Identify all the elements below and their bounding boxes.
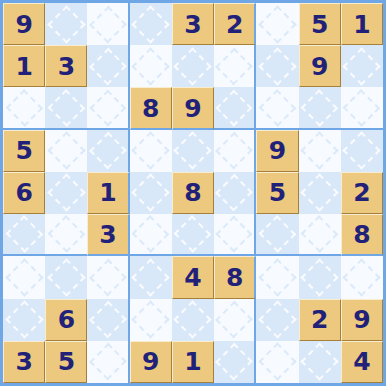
- diamond-icon: [343, 47, 381, 85]
- diamond-icon: [5, 258, 43, 296]
- diamond-icon: [89, 301, 126, 338]
- diamond-icon: [5, 216, 42, 253]
- cell-r8c8: 2: [299, 299, 341, 341]
- diamond-icon: [47, 174, 85, 212]
- cell-r7c8[interactable]: [299, 256, 341, 298]
- cell-r6c7[interactable]: [256, 214, 298, 256]
- cell-r9c8[interactable]: [299, 341, 341, 383]
- diamond-icon: [48, 216, 85, 253]
- cell-r7c6: 8: [214, 256, 256, 298]
- cell-r3c7[interactable]: [256, 87, 298, 129]
- cell-r8c4[interactable]: [130, 299, 172, 341]
- given-digit: 5: [311, 12, 328, 37]
- diamond-icon: [216, 343, 253, 380]
- diamond-icon: [343, 89, 380, 126]
- diamond-icon: [259, 216, 296, 253]
- diamond-icon: [132, 132, 170, 170]
- cell-r1c2[interactable]: [45, 3, 87, 45]
- cell-r1c4[interactable]: [130, 3, 172, 45]
- cell-r1c3[interactable]: [87, 3, 129, 45]
- diamond-icon: [216, 216, 252, 252]
- cell-r7c4[interactable]: [130, 256, 172, 298]
- diamond-icon: [5, 301, 43, 339]
- given-digit: 3: [99, 222, 116, 247]
- diamond-icon: [47, 132, 85, 170]
- given-digit: 9: [184, 96, 201, 121]
- cell-r3c1[interactable]: [3, 87, 45, 129]
- given-digit: 5: [58, 349, 75, 374]
- diamond-icon: [89, 259, 126, 296]
- diamond-icon: [89, 343, 126, 380]
- cell-r6c3: 3: [87, 214, 129, 256]
- given-digit: 8: [184, 180, 201, 205]
- cell-r3c3[interactable]: [87, 87, 129, 129]
- diamond-icon: [216, 301, 253, 338]
- cell-r5c7: 5: [256, 172, 298, 214]
- diamond-icon: [174, 301, 212, 339]
- cell-r6c4[interactable]: [130, 214, 172, 256]
- cell-r7c5: 4: [172, 256, 214, 298]
- cell-r7c7[interactable]: [256, 256, 298, 298]
- diamond-icon: [301, 216, 338, 253]
- cell-r8c3[interactable]: [87, 299, 129, 341]
- given-digit: 6: [15, 180, 32, 205]
- cell-r4c4[interactable]: [130, 130, 172, 172]
- cell-r8c5[interactable]: [172, 299, 214, 341]
- diamond-icon: [301, 174, 339, 212]
- given-digit: 2: [353, 180, 370, 205]
- cell-r8c6[interactable]: [214, 299, 256, 341]
- given-digit: 8: [353, 222, 370, 247]
- cell-r1c6: 2: [214, 3, 256, 45]
- given-digit: 1: [184, 349, 201, 374]
- diamond-icon: [132, 174, 170, 212]
- cell-r2c6[interactable]: [214, 45, 256, 87]
- cell-r3c9[interactable]: [341, 87, 383, 129]
- diamond-icon: [301, 132, 339, 170]
- diamond-icon: [89, 48, 126, 85]
- cell-r8c2: 6: [45, 299, 87, 341]
- given-digit: 5: [269, 180, 286, 205]
- diamond-icon: [132, 47, 170, 85]
- given-digit: 6: [58, 307, 75, 332]
- sudoku-board: 93251139895961852384862935914: [0, 0, 386, 386]
- given-digit: 2: [226, 12, 243, 37]
- given-digit: 4: [184, 265, 201, 290]
- diamond-icon: [258, 301, 296, 339]
- given-digit: 9: [269, 138, 286, 163]
- cell-r1c1: 9: [3, 3, 45, 45]
- cell-r4c3[interactable]: [87, 130, 129, 172]
- cell-r5c3: 1: [87, 172, 129, 214]
- diamond-icon: [343, 258, 381, 296]
- cell-r5c4[interactable]: [130, 172, 172, 214]
- diamond-icon: [89, 5, 126, 42]
- cell-r9c9: 4: [341, 341, 383, 383]
- diamond-icon: [132, 301, 170, 339]
- cell-r1c9: 1: [341, 3, 383, 45]
- cell-r2c8: 9: [299, 45, 341, 87]
- cell-r6c6[interactable]: [214, 214, 256, 256]
- diamond-icon: [132, 216, 169, 253]
- cell-r6c8[interactable]: [299, 214, 341, 256]
- diamond-icon: [258, 47, 296, 85]
- diamond-icon: [174, 132, 212, 170]
- given-digit: 9: [311, 54, 328, 79]
- cell-r2c9[interactable]: [341, 45, 383, 87]
- cell-r4c9[interactable]: [341, 130, 383, 172]
- diamond-icon: [343, 132, 381, 170]
- cell-r4c6[interactable]: [214, 130, 256, 172]
- diamond-icon: [259, 89, 296, 126]
- given-digit: 3: [58, 54, 75, 79]
- diamond-icon: [5, 89, 42, 126]
- given-digit: 9: [353, 307, 370, 332]
- diamond-icon: [258, 5, 296, 43]
- given-digit: 8: [142, 96, 159, 121]
- diamond-icon: [301, 343, 339, 381]
- cell-r2c1: 1: [3, 45, 45, 87]
- cell-r3c2[interactable]: [45, 87, 87, 129]
- cell-r1c5: 3: [172, 3, 214, 45]
- given-digit: 3: [15, 349, 32, 374]
- cell-r2c2: 3: [45, 45, 87, 87]
- cell-r9c3[interactable]: [87, 341, 129, 383]
- cell-r5c1: 6: [3, 172, 45, 214]
- cell-r8c7[interactable]: [256, 299, 298, 341]
- diamond-icon: [301, 89, 338, 126]
- cell-r5c5: 8: [172, 172, 214, 214]
- cell-r1c7[interactable]: [256, 3, 298, 45]
- diamond-icon: [132, 258, 170, 296]
- given-digit: 9: [15, 12, 32, 37]
- cell-r1c8: 5: [299, 3, 341, 45]
- cell-r9c7[interactable]: [256, 341, 298, 383]
- given-digit: 9: [142, 349, 159, 374]
- diamond-icon: [47, 258, 85, 296]
- cell-r4c2[interactable]: [45, 130, 87, 172]
- cell-r3c6[interactable]: [214, 87, 256, 129]
- cell-r3c4: 8: [130, 87, 172, 129]
- cell-r9c4: 9: [130, 341, 172, 383]
- diamond-icon: [174, 216, 211, 253]
- cell-r3c5: 9: [172, 87, 214, 129]
- diamond-icon: [216, 174, 253, 211]
- cell-r5c2[interactable]: [45, 172, 87, 214]
- diamond-icon: [301, 258, 339, 296]
- cell-r7c9[interactable]: [341, 256, 383, 298]
- cell-r5c6[interactable]: [214, 172, 256, 214]
- given-digit: 4: [353, 349, 370, 374]
- given-digit: 2: [311, 307, 328, 332]
- diamond-icon: [89, 132, 126, 169]
- cell-r8c1[interactable]: [3, 299, 45, 341]
- cell-r6c9: 8: [341, 214, 383, 256]
- cell-r2c7[interactable]: [256, 45, 298, 87]
- cell-r6c1[interactable]: [3, 214, 45, 256]
- cell-r5c9: 2: [341, 172, 383, 214]
- cell-r9c6[interactable]: [214, 341, 256, 383]
- diamond-icon: [132, 5, 170, 43]
- diamond-icon: [47, 5, 85, 43]
- diamond-icon: [89, 89, 125, 125]
- cell-r7c1[interactable]: [3, 256, 45, 298]
- cell-r9c5: 1: [172, 341, 214, 383]
- given-digit: 1: [353, 12, 370, 37]
- diamond-icon: [216, 132, 253, 169]
- diamond-icon: [258, 343, 296, 381]
- cell-r5c8[interactable]: [299, 172, 341, 214]
- cell-r4c8[interactable]: [299, 130, 341, 172]
- diamond-icon: [216, 48, 253, 85]
- cell-r7c3[interactable]: [87, 256, 129, 298]
- diamond-icon: [48, 89, 85, 126]
- cell-r4c7: 9: [256, 130, 298, 172]
- cell-r2c4[interactable]: [130, 45, 172, 87]
- diamond-icon: [216, 89, 252, 125]
- cell-r6c5[interactable]: [172, 214, 214, 256]
- cell-r4c5[interactable]: [172, 130, 214, 172]
- cell-r3c8[interactable]: [299, 87, 341, 129]
- given-digit: 8: [226, 265, 243, 290]
- cell-r6c2[interactable]: [45, 214, 87, 256]
- diamond-icon: [258, 258, 296, 296]
- given-digit: 1: [99, 180, 116, 205]
- cell-r2c5[interactable]: [172, 45, 214, 87]
- given-digit: 3: [184, 12, 201, 37]
- cell-r7c2[interactable]: [45, 256, 87, 298]
- cell-r9c2: 5: [45, 341, 87, 383]
- cell-r4c1: 5: [3, 130, 45, 172]
- diamond-icon: [174, 47, 212, 85]
- cell-r9c1: 3: [3, 341, 45, 383]
- given-digit: 1: [15, 54, 32, 79]
- cell-r2c3[interactable]: [87, 45, 129, 87]
- given-digit: 5: [15, 138, 32, 163]
- cell-r8c9: 9: [341, 299, 383, 341]
